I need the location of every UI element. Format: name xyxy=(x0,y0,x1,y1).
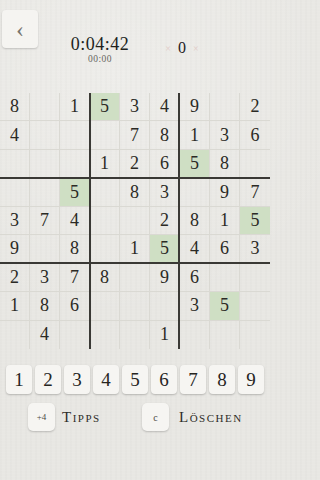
cell-r3c2[interactable] xyxy=(30,150,60,178)
cell-r1c1[interactable]: 8 xyxy=(0,93,30,121)
mistake-x-icon: × xyxy=(193,43,199,54)
number-pad: 123456789 xyxy=(0,365,270,394)
cell-r9c8[interactable] xyxy=(210,321,240,349)
cell-r8c9[interactable] xyxy=(240,292,270,320)
cell-r8c3[interactable]: 6 xyxy=(60,292,90,320)
pad-key-7[interactable]: 7 xyxy=(180,365,206,394)
cell-r6c5[interactable]: 1 xyxy=(120,235,150,263)
cell-r9c4[interactable] xyxy=(90,321,120,349)
cell-r1c2[interactable] xyxy=(30,93,60,121)
cell-r7c1[interactable]: 2 xyxy=(0,264,30,292)
cell-r1c8[interactable] xyxy=(210,93,240,121)
cell-r4c1[interactable] xyxy=(0,178,30,206)
pad-key-9[interactable]: 9 xyxy=(238,365,264,394)
cell-r6c4[interactable] xyxy=(90,235,120,263)
cell-r6c2[interactable] xyxy=(30,235,60,263)
cell-r5c8[interactable]: 1 xyxy=(210,207,240,235)
mistake-x-icon: × xyxy=(165,43,171,54)
cell-r1c6[interactable]: 4 xyxy=(150,93,180,121)
cell-r6c1[interactable]: 9 xyxy=(0,235,30,263)
cell-r9c6[interactable]: 1 xyxy=(150,321,180,349)
cell-r3c5[interactable]: 2 xyxy=(120,150,150,178)
cell-r6c3[interactable]: 8 xyxy=(60,235,90,263)
cell-r7c9[interactable] xyxy=(240,264,270,292)
cell-r9c1[interactable] xyxy=(0,321,30,349)
cell-r2c1[interactable]: 4 xyxy=(0,121,30,149)
cell-r4c6[interactable]: 3 xyxy=(150,178,180,206)
cell-r1c9[interactable]: 2 xyxy=(240,93,270,121)
cell-r2c7[interactable]: 1 xyxy=(180,121,210,149)
cell-r1c4[interactable]: 5 xyxy=(90,93,120,121)
cell-r2c6[interactable]: 8 xyxy=(150,121,180,149)
cell-r4c8[interactable]: 9 xyxy=(210,178,240,206)
box-divider-vertical-2 xyxy=(178,93,180,349)
timer: 0:04:42 00:00 xyxy=(30,34,170,64)
mistake-counter: × 0 × xyxy=(152,38,212,58)
cell-r8c2[interactable]: 8 xyxy=(30,292,60,320)
pad-key-5[interactable]: 5 xyxy=(122,365,148,394)
cell-r6c7[interactable]: 4 xyxy=(180,235,210,263)
pad-key-1[interactable]: 1 xyxy=(6,365,32,394)
cell-r6c8[interactable]: 6 xyxy=(210,235,240,263)
clear-label[interactable]: Löschen xyxy=(179,403,243,431)
cell-r3c4[interactable]: 1 xyxy=(90,150,120,178)
cell-r5c3[interactable]: 4 xyxy=(60,207,90,235)
cell-r3c9[interactable] xyxy=(240,150,270,178)
cell-r7c7[interactable]: 6 xyxy=(180,264,210,292)
box-divider-horizontal-2 xyxy=(0,262,270,264)
cell-r7c3[interactable]: 7 xyxy=(60,264,90,292)
cell-r9c5[interactable] xyxy=(120,321,150,349)
cell-r4c5[interactable]: 8 xyxy=(120,178,150,206)
pad-key-3[interactable]: 3 xyxy=(64,365,90,394)
cell-r4c9[interactable]: 7 xyxy=(240,178,270,206)
cell-r5c5[interactable] xyxy=(120,207,150,235)
cell-r4c7[interactable] xyxy=(180,178,210,206)
cell-r1c3[interactable]: 1 xyxy=(60,93,90,121)
cell-r4c2[interactable] xyxy=(30,178,60,206)
cell-r9c3[interactable] xyxy=(60,321,90,349)
cell-r2c3[interactable] xyxy=(60,121,90,149)
cell-r3c7[interactable]: 5 xyxy=(180,150,210,178)
cell-r5c9[interactable]: 5 xyxy=(240,207,270,235)
pad-key-4[interactable]: 4 xyxy=(93,365,119,394)
cell-r8c6[interactable] xyxy=(150,292,180,320)
cell-r4c4[interactable] xyxy=(90,178,120,206)
cell-r2c2[interactable] xyxy=(30,121,60,149)
pad-key-8[interactable]: 8 xyxy=(209,365,235,394)
timer-secondary: 00:00 xyxy=(30,54,170,64)
cell-r7c2[interactable]: 3 xyxy=(30,264,60,292)
clear-button[interactable]: c xyxy=(142,403,169,431)
cell-r5c7[interactable]: 8 xyxy=(180,207,210,235)
cell-r2c4[interactable] xyxy=(90,121,120,149)
cell-r3c1[interactable] xyxy=(0,150,30,178)
clear-badge: c xyxy=(153,412,157,423)
cell-r9c9[interactable] xyxy=(240,321,270,349)
cell-r4c3[interactable]: 5 xyxy=(60,178,90,206)
timer-elapsed: 0:04:42 xyxy=(30,34,170,55)
pad-key-6[interactable]: 6 xyxy=(151,365,177,394)
mistake-count: 0 xyxy=(178,39,186,57)
cell-r8c8[interactable]: 5 xyxy=(210,292,240,320)
cell-r6c9[interactable]: 3 xyxy=(240,235,270,263)
pad-key-2[interactable]: 2 xyxy=(35,365,61,394)
cell-r8c7[interactable]: 3 xyxy=(180,292,210,320)
cell-r7c6[interactable]: 9 xyxy=(150,264,180,292)
cell-r5c6[interactable]: 2 xyxy=(150,207,180,235)
cell-r5c4[interactable] xyxy=(90,207,120,235)
cell-r8c4[interactable] xyxy=(90,292,120,320)
cell-r5c2[interactable]: 7 xyxy=(30,207,60,235)
hints-badge: +4 xyxy=(37,412,47,422)
box-divider-horizontal-1 xyxy=(0,177,270,179)
cell-r5c1[interactable]: 3 xyxy=(0,207,30,235)
cell-r6c6[interactable]: 5 xyxy=(150,235,180,263)
cell-r7c4[interactable]: 8 xyxy=(90,264,120,292)
cell-r8c1[interactable]: 1 xyxy=(0,292,30,320)
cell-r2c9[interactable]: 6 xyxy=(240,121,270,149)
cell-r9c2[interactable]: 4 xyxy=(30,321,60,349)
cell-r3c3[interactable] xyxy=(60,150,90,178)
cell-r9c7[interactable] xyxy=(180,321,210,349)
cell-r7c8[interactable] xyxy=(210,264,240,292)
cell-r7c5[interactable] xyxy=(120,264,150,292)
cell-r3c8[interactable]: 8 xyxy=(210,150,240,178)
cell-r1c5[interactable]: 3 xyxy=(120,93,150,121)
cell-r3c6[interactable]: 6 xyxy=(150,150,180,178)
cell-r2c5[interactable]: 7 xyxy=(120,121,150,149)
hints-button[interactable]: +4 xyxy=(28,403,55,431)
hints-label[interactable]: Tipps xyxy=(62,403,101,431)
sudoku-grid: 8153492478136126585839737428159815463237… xyxy=(0,93,270,349)
cell-r8c5[interactable] xyxy=(120,292,150,320)
box-divider-vertical-1 xyxy=(89,93,91,349)
cell-r2c8[interactable]: 3 xyxy=(210,121,240,149)
cell-r1c7[interactable]: 9 xyxy=(180,93,210,121)
chevron-left-icon: ‹ xyxy=(16,17,24,41)
